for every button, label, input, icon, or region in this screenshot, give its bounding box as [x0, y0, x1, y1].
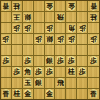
board-cell-file1-rank1[interactable]: 香 — [88, 1, 99, 12]
board-cell-file2-rank7[interactable]: 歩 — [77, 67, 88, 78]
piece-sente-pawn[interactable]: 歩 — [67, 56, 76, 66]
board-cell-file1-rank5[interactable] — [88, 45, 99, 56]
piece-gote-lance[interactable]: 香 — [1, 1, 10, 11]
board-cell-file1-rank8[interactable] — [88, 78, 99, 89]
piece-gote-silver[interactable]: 銀 — [23, 12, 32, 22]
piece-sente-lance[interactable]: 香 — [1, 89, 10, 99]
piece-sente-gold[interactable]: 金 — [23, 89, 32, 99]
board-cell-file9-rank5[interactable] — [1, 45, 12, 56]
board-cell-file3-rank4[interactable]: 歩 — [66, 34, 77, 45]
piece-sente-knight[interactable]: 桂 — [12, 89, 21, 99]
piece-gote-pawn[interactable]: 歩 — [12, 23, 21, 33]
shogi-app: 香桂金金香王銀飛桂歩歩歩角歩歩歩銀歩歩歩歩歩銀歩歩歩歩角歩歩桂歩玉銀飛香桂金金香 — [0, 0, 100, 100]
board-cell-file7-rank9[interactable]: 金 — [23, 89, 34, 100]
board-cell-file1-rank6[interactable]: 歩 — [88, 56, 99, 67]
piece-gote-knight[interactable]: 桂 — [89, 12, 98, 22]
board-cell-file6-rank8[interactable]: 銀 — [34, 78, 45, 89]
board-cell-file9-rank4[interactable]: 歩 — [1, 34, 12, 45]
board-cell-file2-rank9[interactable] — [77, 89, 88, 100]
piece-gote-pawn[interactable]: 歩 — [45, 23, 54, 33]
piece-sente-lance[interactable]: 香 — [89, 89, 98, 99]
board-cell-file4-rank5[interactable] — [55, 45, 66, 56]
board-cell-file5-rank5[interactable] — [45, 45, 56, 56]
board-cell-file9-rank9[interactable]: 香 — [1, 89, 12, 100]
piece-gote-pawn[interactable]: 歩 — [89, 34, 98, 44]
board-cell-file2-rank4[interactable] — [77, 34, 88, 45]
board-cell-file3-rank9[interactable] — [66, 89, 77, 100]
board-cell-file1-rank7[interactable] — [88, 67, 99, 78]
piece-gote-gold[interactable]: 金 — [67, 1, 76, 11]
board-cell-file7-rank2[interactable]: 銀 — [23, 12, 34, 23]
board-cell-file9-rank3[interactable] — [1, 23, 12, 34]
board-cell-file3-rank1[interactable]: 金 — [66, 1, 77, 12]
board-cell-file3-rank7[interactable]: 桂 — [66, 67, 77, 78]
board-cell-file9-rank1[interactable]: 香 — [1, 1, 12, 12]
board-cell-file3-rank8[interactable] — [66, 78, 77, 89]
board-cell-file4-rank2[interactable]: 飛 — [55, 12, 66, 23]
piece-sente-pawn[interactable]: 歩 — [56, 56, 65, 66]
board-cell-file8-rank3[interactable]: 歩 — [12, 23, 23, 34]
board-cell-file5-rank1[interactable]: 金 — [45, 1, 56, 12]
board-cell-file6-rank6[interactable] — [34, 56, 45, 67]
piece-gote-pawn[interactable]: 歩 — [23, 23, 32, 33]
board-cell-file6-rank4[interactable]: 歩 — [34, 34, 45, 45]
piece-sente-pawn[interactable]: 歩 — [45, 67, 54, 77]
board-cell-file3-rank6[interactable]: 歩 — [66, 56, 77, 67]
board-cell-file2-rank2[interactable] — [77, 12, 88, 23]
board-cell-file8-rank1[interactable]: 桂 — [12, 1, 23, 12]
board-cell-file8-rank9[interactable]: 桂 — [12, 89, 23, 100]
board-cell-file6-rank7[interactable]: 歩 — [34, 67, 45, 78]
piece-gote-knight[interactable]: 桂 — [12, 1, 21, 11]
board-cell-file8-rank4[interactable] — [12, 34, 23, 45]
board-cell-file8-rank5[interactable] — [12, 45, 23, 56]
board-cell-file8-rank2[interactable]: 王 — [12, 12, 23, 23]
board-cell-file8-rank7[interactable]: 歩 — [12, 67, 23, 78]
board-cell-file1-rank3[interactable] — [88, 23, 99, 34]
piece-gote-rook[interactable]: 飛 — [56, 12, 65, 22]
piece-sente-rook[interactable]: 飛 — [56, 78, 65, 88]
board-cell-file4-rank8[interactable]: 飛 — [55, 78, 66, 89]
board-cell-file7-rank5[interactable] — [23, 45, 34, 56]
board-cell-file1-rank9[interactable]: 香 — [88, 89, 99, 100]
shogi-board: 香桂金金香王銀飛桂歩歩歩角歩歩歩銀歩歩歩歩歩銀歩歩歩歩角歩歩桂歩玉銀飛香桂金金香 — [0, 0, 100, 100]
board-cell-file4-rank1[interactable] — [55, 1, 66, 12]
piece-sente-silver[interactable]: 銀 — [45, 56, 54, 66]
piece-sente-pawn[interactable]: 歩 — [89, 56, 98, 66]
piece-sente-knight[interactable]: 桂 — [67, 67, 76, 77]
piece-gote-gold[interactable]: 金 — [45, 1, 54, 11]
board-cell-file6-rank1[interactable] — [34, 1, 45, 12]
piece-sente-king[interactable]: 玉 — [23, 78, 32, 88]
board-cell-file6-rank2[interactable] — [34, 12, 45, 23]
board-cell-file7-rank7[interactable]: 角 — [23, 67, 34, 78]
piece-gote-pawn[interactable]: 歩 — [78, 23, 87, 33]
board-cell-file7-rank1[interactable] — [23, 1, 34, 12]
piece-gote-silver[interactable]: 銀 — [45, 34, 54, 44]
board-cell-file8-rank8[interactable] — [12, 78, 23, 89]
board-cell-file4-rank9[interactable] — [55, 89, 66, 100]
board-cell-file2-rank8[interactable] — [77, 78, 88, 89]
board-cell-file4-rank6[interactable]: 歩 — [55, 56, 66, 67]
board-cell-file4-rank7[interactable] — [55, 67, 66, 78]
board-cell-file4-rank3[interactable] — [55, 23, 66, 34]
board-cell-file7-rank8[interactable]: 玉 — [23, 78, 34, 89]
piece-gote-bishop[interactable]: 角 — [67, 23, 76, 33]
piece-sente-gold[interactable]: 金 — [45, 89, 54, 99]
piece-sente-bishop[interactable]: 角 — [23, 67, 32, 77]
piece-gote-king[interactable]: 王 — [12, 12, 21, 22]
piece-sente-pawn[interactable]: 歩 — [12, 67, 21, 77]
board-cell-file5-rank2[interactable] — [45, 12, 56, 23]
board-cell-file9-rank6[interactable]: 歩 — [1, 56, 12, 67]
piece-sente-pawn[interactable]: 歩 — [78, 67, 87, 77]
board-cell-file6-rank3[interactable] — [34, 23, 45, 34]
piece-sente-pawn[interactable]: 歩 — [34, 67, 43, 77]
board-cell-file5-rank3[interactable]: 歩 — [45, 23, 56, 34]
board-cell-file5-rank4[interactable]: 銀 — [45, 34, 56, 45]
board-cell-file9-rank8[interactable] — [1, 78, 12, 89]
board-cell-file1-rank4[interactable]: 歩 — [88, 34, 99, 45]
board-cell-file5-rank8[interactable] — [45, 78, 56, 89]
board-cell-file7-rank3[interactable]: 歩 — [23, 23, 34, 34]
piece-gote-lance[interactable]: 香 — [89, 1, 98, 11]
board-cell-file8-rank6[interactable] — [12, 56, 23, 67]
board-cell-file6-rank5[interactable] — [34, 45, 45, 56]
piece-gote-pawn[interactable]: 歩 — [1, 34, 10, 44]
board-cell-file3-rank2[interactable] — [66, 12, 77, 23]
board-cell-file9-rank2[interactable] — [1, 12, 12, 23]
board-cell-file4-rank4[interactable]: 歩 — [55, 34, 66, 45]
board-cell-file2-rank3[interactable]: 歩 — [77, 23, 88, 34]
board-cell-file1-rank2[interactable]: 桂 — [88, 12, 99, 23]
board-cell-file5-rank6[interactable]: 銀 — [45, 56, 56, 67]
piece-sente-silver[interactable]: 銀 — [34, 78, 43, 88]
board-cell-file3-rank3[interactable]: 角 — [66, 23, 77, 34]
piece-gote-pawn[interactable]: 歩 — [34, 34, 43, 44]
board-cell-file5-rank7[interactable]: 歩 — [45, 67, 56, 78]
piece-gote-pawn[interactable]: 歩 — [67, 34, 76, 44]
board-cell-file7-rank4[interactable] — [23, 34, 34, 45]
board-cell-file2-rank1[interactable] — [77, 1, 88, 12]
board-cell-file2-rank5[interactable] — [77, 45, 88, 56]
board-cell-file7-rank6[interactable]: 歩 — [23, 56, 34, 67]
board-cell-file3-rank5[interactable] — [66, 45, 77, 56]
piece-sente-pawn[interactable]: 歩 — [23, 56, 32, 66]
piece-sente-pawn[interactable]: 歩 — [1, 56, 10, 66]
board-cell-file2-rank6[interactable] — [77, 56, 88, 67]
board-cell-file9-rank7[interactable] — [1, 67, 12, 78]
board-cell-file6-rank9[interactable] — [34, 89, 45, 100]
board-cell-file5-rank9[interactable]: 金 — [45, 89, 56, 100]
piece-gote-pawn[interactable]: 歩 — [56, 34, 65, 44]
